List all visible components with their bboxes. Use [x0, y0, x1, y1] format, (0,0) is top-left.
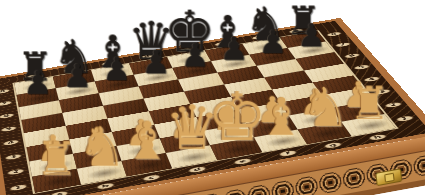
- chess-board: abcdefgh 87654321 87654321 abcdefgh ♜♞♝♛…: [0, 18, 425, 195]
- rank-label-2: 2: [7, 168, 25, 176]
- black-pawn: ♟: [220, 32, 249, 64]
- rank-label-1: 1: [9, 183, 27, 191]
- file-label-d: d: [187, 165, 207, 173]
- white-queen: ♛: [165, 98, 220, 159]
- rank-label-8: 8: [325, 31, 342, 37]
- black-pawn: ♟: [142, 46, 171, 78]
- file-label-g: g: [323, 141, 343, 149]
- product-photo: abcdefgh 87654321 87654321 abcdefgh ♜♞♝♛…: [0, 0, 425, 195]
- black-pawn: ♟: [23, 66, 52, 99]
- black-pawn: ♟: [102, 52, 131, 84]
- rank-label-6: 6: [343, 53, 361, 59]
- white-bishop: ♝: [124, 114, 171, 166]
- file-label-b: b: [96, 182, 115, 190]
- rank-label-6: 6: [0, 113, 15, 120]
- white-knight: ♞: [78, 120, 127, 175]
- file-label-e: e: [233, 157, 253, 165]
- white-rook: ♜: [36, 136, 77, 182]
- rank-label-7: 7: [334, 42, 351, 48]
- rank-label-4: 4: [3, 139, 20, 146]
- rank-label-5: 5: [0, 125, 17, 132]
- black-pawn: ♟: [63, 59, 92, 91]
- file-label-c: c: [142, 174, 161, 182]
- rank-label-3: 3: [5, 153, 22, 160]
- file-label-a: a: [50, 190, 69, 195]
- rank-label-5: 5: [353, 64, 371, 70]
- file-label-f: f: [278, 149, 298, 157]
- file-label-h: h: [367, 133, 388, 141]
- rank-label-1: 1: [395, 115, 415, 122]
- rank-label-8: 8: [0, 88, 10, 94]
- white-rook: ♜: [349, 81, 390, 126]
- black-pawn: ♟: [181, 39, 210, 71]
- white-knight: ♞: [301, 81, 349, 135]
- rank-label-7: 7: [0, 100, 12, 106]
- black-pawn: ♟: [297, 19, 326, 51]
- black-pawn: ♟: [259, 26, 288, 58]
